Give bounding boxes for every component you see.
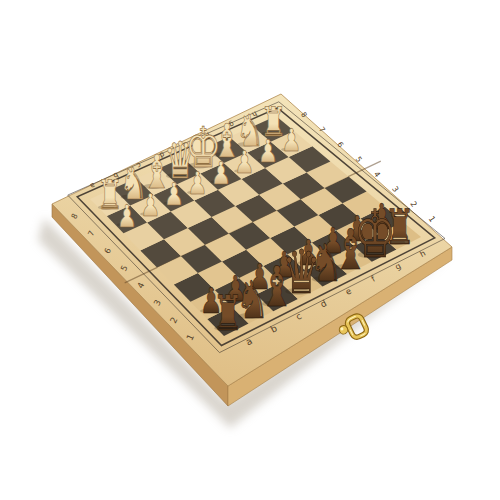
piece-light-pawn-f7: ♟	[234, 144, 254, 180]
piece-light-pawn-a7: ♟	[117, 198, 137, 234]
piece-light-pawn-e7: ♟	[211, 155, 231, 191]
product-photo: aabbccddeeffgghh1122334455667788♜♞♝♛♚♝♞♜…	[0, 0, 500, 500]
piece-light-pawn-d7: ♟	[187, 166, 207, 202]
rank-label-right-1: 1	[426, 214, 437, 224]
piece-light-pawn-b7: ♟	[140, 187, 160, 223]
piece-dark-rook-h1: ♜	[384, 200, 415, 256]
piece-light-pawn-c7: ♟	[164, 177, 184, 213]
piece-light-pawn-g7: ♟	[258, 134, 278, 170]
piece-light-pawn-h7: ♟	[281, 123, 301, 159]
chess-board: aabbccddeeffgghh1122334455667788♜♞♝♛♚♝♞♜…	[0, 0, 500, 500]
